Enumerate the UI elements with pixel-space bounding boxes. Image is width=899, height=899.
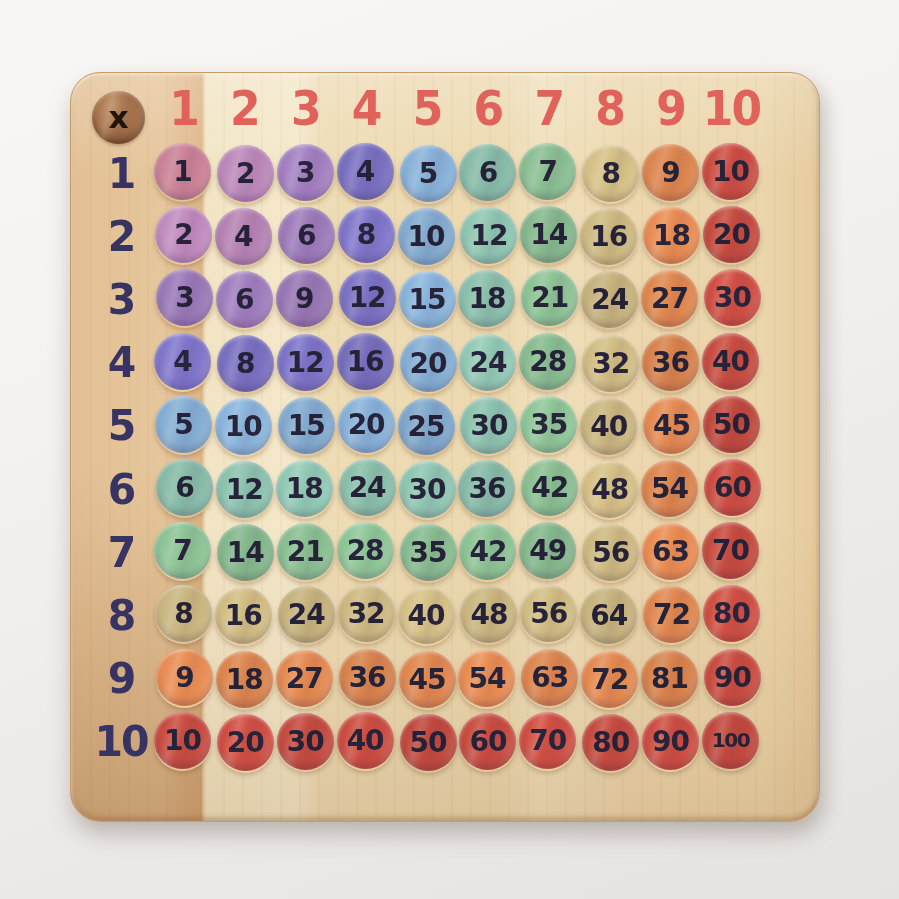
- grid-cell: 24: [457, 331, 518, 394]
- disc-value: 10: [164, 724, 201, 757]
- grid-cell: 32: [336, 583, 397, 646]
- grid-cell: 50: [397, 710, 458, 773]
- disc-5x6[interactable]: 30: [460, 397, 517, 454]
- disc-value: 4: [173, 345, 191, 378]
- disc-value: 80: [592, 726, 629, 759]
- grid-cell: 1: [153, 141, 214, 204]
- disc-9x8[interactable]: 72: [581, 651, 638, 708]
- grid-cell: 4: [214, 204, 275, 267]
- disc-3x2[interactable]: 6: [216, 271, 273, 328]
- disc-4x2[interactable]: 8: [217, 335, 274, 392]
- disc-10x10[interactable]: 100: [702, 712, 759, 769]
- disc-value: 35: [530, 408, 567, 441]
- grid-cell: 2: [214, 141, 275, 204]
- disc-1x10[interactable]: 10: [702, 143, 759, 200]
- disc-4x3[interactable]: 12: [277, 334, 334, 391]
- disc-8x5[interactable]: 40: [398, 587, 455, 644]
- disc-value: 40: [590, 410, 627, 443]
- grid-cell: 40: [701, 331, 762, 394]
- disc-value: 4: [234, 220, 252, 253]
- disc-value: 63: [531, 661, 568, 694]
- grid-cell: 16: [579, 204, 640, 267]
- row-label-5: 5: [108, 400, 135, 450]
- grid-cell: 30: [275, 710, 336, 773]
- grid-cell: 24: [579, 267, 640, 330]
- grid-cell: 14: [214, 520, 275, 583]
- disc-3x7[interactable]: 21: [521, 269, 578, 326]
- disc-6x1[interactable]: 6: [156, 459, 213, 516]
- grid-cell: 3: [153, 267, 214, 330]
- grid-cell: 30: [457, 394, 518, 457]
- disc-6x7[interactable]: 42: [521, 459, 578, 516]
- disc-10x1[interactable]: 10: [154, 712, 211, 769]
- disc-value: 45: [409, 663, 446, 696]
- disc-8x8[interactable]: 64: [580, 587, 637, 644]
- row-label-cell: 6: [89, 457, 153, 520]
- disc-10x6[interactable]: 60: [459, 713, 516, 770]
- grid-cell: 3: [275, 141, 336, 204]
- disc-8x9[interactable]: 72: [643, 586, 700, 643]
- disc-2x4[interactable]: 8: [338, 206, 395, 263]
- disc-value: 12: [226, 473, 263, 506]
- header-cell: 2: [214, 75, 275, 141]
- row-label-cell: 7: [89, 520, 153, 583]
- grid-cell: 6: [214, 267, 275, 330]
- disc-7x4[interactable]: 28: [337, 522, 394, 579]
- disc-3x3[interactable]: 9: [276, 270, 333, 327]
- disc-2x6[interactable]: 12: [460, 207, 517, 264]
- header-cell: 3: [275, 75, 336, 141]
- disc-value: 50: [713, 408, 750, 441]
- disc-value: 18: [286, 472, 323, 505]
- disc-10x9[interactable]: 90: [642, 713, 699, 770]
- grid-cell: 8: [336, 204, 397, 267]
- disc-8x10[interactable]: 80: [703, 585, 760, 642]
- grid-cell: 56: [518, 583, 579, 646]
- grid-cell: 35: [518, 394, 579, 457]
- disc-9x1[interactable]: 9: [156, 649, 213, 706]
- grid-cell: 7: [153, 520, 214, 583]
- grid-cell: 8: [153, 583, 214, 646]
- multiplier-x-disc[interactable]: x: [92, 91, 145, 144]
- disc-3x5[interactable]: 15: [399, 271, 456, 328]
- grid-cell: 9: [640, 141, 701, 204]
- disc-10x3[interactable]: 30: [277, 713, 334, 770]
- disc-value: 1: [173, 155, 191, 188]
- disc-value: 10: [408, 220, 445, 253]
- disc-4x7[interactable]: 28: [519, 333, 576, 390]
- disc-value: 42: [469, 535, 506, 568]
- disc-6x3[interactable]: 18: [276, 460, 333, 517]
- disc-6x10[interactable]: 60: [704, 459, 761, 516]
- grid-cell: 72: [579, 647, 640, 710]
- disc-value: 64: [590, 599, 627, 632]
- disc-value: 18: [653, 219, 690, 252]
- disc-7x7[interactable]: 49: [519, 522, 576, 579]
- disc-2x1[interactable]: 2: [155, 206, 212, 263]
- disc-value: 6: [175, 471, 193, 504]
- grid-cell: 50: [701, 394, 762, 457]
- header-cell: 8: [579, 75, 640, 141]
- disc-value: 18: [468, 282, 505, 315]
- grid-cell: 9: [153, 647, 214, 710]
- disc-value: 6: [479, 156, 497, 189]
- disc-4x5[interactable]: 20: [400, 335, 457, 392]
- disc-7x9[interactable]: 63: [642, 523, 699, 580]
- disc-value: 12: [287, 346, 324, 379]
- disc-value: 24: [469, 346, 506, 379]
- disc-value: 27: [651, 282, 688, 315]
- disc-7x3[interactable]: 21: [277, 523, 334, 580]
- disc-value: 48: [591, 473, 628, 506]
- grid-cell: 21: [518, 267, 579, 330]
- corner-cell: x: [89, 75, 153, 141]
- disc-value: 30: [714, 281, 751, 314]
- disc-value: 12: [349, 281, 386, 314]
- disc-10x8[interactable]: 80: [582, 714, 639, 771]
- disc-9x2[interactable]: 18: [216, 651, 273, 708]
- disc-4x4[interactable]: 16: [337, 333, 394, 390]
- grid-cell: 10: [397, 204, 458, 267]
- disc-5x7[interactable]: 35: [520, 396, 577, 453]
- disc-value: 21: [287, 535, 324, 568]
- disc-6x5[interactable]: 30: [399, 461, 456, 518]
- grid-cell: 18: [640, 204, 701, 267]
- grid-cell: 27: [640, 267, 701, 330]
- disc-value: 9: [661, 156, 679, 189]
- grid-cell: 72: [640, 583, 701, 646]
- disc-value: 18: [226, 663, 263, 696]
- disc-8x3[interactable]: 24: [278, 586, 335, 643]
- disc-3x6[interactable]: 18: [458, 270, 515, 327]
- disc-value: 14: [227, 536, 264, 569]
- disc-8x2[interactable]: 16: [215, 587, 272, 644]
- disc-3x8[interactable]: 24: [581, 271, 638, 328]
- disc-4x1[interactable]: 4: [154, 333, 211, 390]
- grid-cell: 16: [214, 583, 275, 646]
- disc-value: 24: [349, 471, 386, 504]
- disc-value: 70: [712, 534, 749, 567]
- multiplication-board: x 12345678910123456789101234567891024681…: [70, 72, 820, 822]
- disc-value: 56: [592, 536, 629, 569]
- row-label-cell: 5: [89, 394, 153, 457]
- grid-cell: 64: [579, 583, 640, 646]
- disc-2x8[interactable]: 16: [580, 208, 637, 265]
- grid-cell: 45: [397, 647, 458, 710]
- grid-cell: 8: [579, 141, 640, 204]
- disc-2x5[interactable]: 10: [398, 208, 455, 265]
- grid-cell: 14: [518, 204, 579, 267]
- disc-6x8[interactable]: 48: [581, 461, 638, 518]
- column-header-1: 1: [169, 80, 198, 135]
- grid-cell: 20: [397, 331, 458, 394]
- grid-cell: 18: [275, 457, 336, 520]
- grid-cell: 32: [579, 331, 640, 394]
- disc-2x9[interactable]: 18: [643, 207, 700, 264]
- disc-4x9[interactable]: 36: [642, 334, 699, 391]
- disc-5x10[interactable]: 50: [703, 396, 760, 453]
- disc-value: 9: [295, 282, 313, 315]
- disc-value: 20: [348, 408, 385, 441]
- disc-7x1[interactable]: 7: [154, 522, 211, 579]
- grid-cell: 20: [214, 710, 275, 773]
- row-label-4: 4: [108, 337, 135, 387]
- grid-cell: 36: [640, 331, 701, 394]
- disc-value: 50: [410, 726, 447, 759]
- disc-value: 42: [531, 471, 568, 504]
- disc-value: 80: [713, 597, 750, 630]
- disc-5x3[interactable]: 15: [278, 397, 335, 454]
- header-cell: 6: [457, 75, 518, 141]
- grid-cell: 100: [701, 710, 762, 773]
- grid-cell: 24: [336, 457, 397, 520]
- grid-cell: 10: [153, 710, 214, 773]
- disc-value: 81: [651, 662, 688, 695]
- grid-cell: 40: [397, 583, 458, 646]
- disc-4x6[interactable]: 24: [459, 334, 516, 391]
- disc-3x4[interactable]: 12: [339, 269, 396, 326]
- grid-cell: 30: [397, 457, 458, 520]
- grid-cell: 15: [275, 394, 336, 457]
- disc-5x4[interactable]: 20: [338, 396, 395, 453]
- disc-value: 7: [173, 534, 191, 567]
- disc-value: 4: [356, 155, 374, 188]
- disc-6x9[interactable]: 54: [641, 460, 698, 517]
- disc-1x8[interactable]: 8: [582, 145, 639, 202]
- disc-1x6[interactable]: 6: [459, 144, 516, 201]
- x-disc-label: x: [109, 99, 128, 135]
- grid-cell: 20: [336, 394, 397, 457]
- disc-value: 60: [469, 725, 506, 758]
- column-header-2: 2: [230, 80, 259, 135]
- disc-9x6[interactable]: 54: [458, 650, 515, 707]
- disc-value: 49: [529, 534, 566, 567]
- grid-cell: 70: [518, 710, 579, 773]
- disc-value: 32: [348, 597, 385, 630]
- disc-2x3[interactable]: 6: [278, 207, 335, 264]
- disc-value: 3: [296, 156, 314, 189]
- disc-3x1[interactable]: 3: [156, 269, 213, 326]
- grid-cell: 56: [579, 520, 640, 583]
- disc-8x1[interactable]: 8: [155, 585, 212, 642]
- grid-cell: 2: [153, 204, 214, 267]
- disc-value: 6: [297, 219, 315, 252]
- disc-8x6[interactable]: 48: [460, 586, 517, 643]
- disc-10x7[interactable]: 70: [519, 712, 576, 769]
- disc-value: 32: [592, 347, 629, 380]
- disc-value: 6: [235, 283, 253, 316]
- row-label-cell: 1: [89, 141, 153, 204]
- disc-4x10[interactable]: 40: [702, 333, 759, 390]
- column-header-7: 7: [534, 80, 563, 135]
- header-cell: 5: [397, 75, 458, 141]
- disc-3x10[interactable]: 30: [704, 269, 761, 326]
- disc-6x4[interactable]: 24: [339, 459, 396, 516]
- disc-value: 8: [174, 597, 192, 630]
- column-header-8: 8: [595, 80, 624, 135]
- header-cell: 4: [336, 75, 397, 141]
- disc-value: 24: [591, 283, 628, 316]
- row-label-6: 6: [108, 463, 135, 513]
- disc-value: 45: [653, 409, 690, 442]
- disc-9x4[interactable]: 36: [339, 649, 396, 706]
- disc-value: 25: [408, 410, 445, 443]
- grid-cell: 70: [701, 520, 762, 583]
- disc-2x2[interactable]: 4: [215, 208, 272, 265]
- disc-5x5[interactable]: 25: [398, 398, 455, 455]
- grid-cell: 24: [275, 583, 336, 646]
- grid-cell: 6: [153, 457, 214, 520]
- disc-value: 5: [419, 157, 437, 190]
- header-cell: 10: [701, 75, 762, 141]
- row-label-3: 3: [108, 274, 135, 324]
- grid-cell: 12: [214, 457, 275, 520]
- grid-cell: 60: [457, 710, 518, 773]
- disc-value: 28: [347, 534, 384, 567]
- disc-value: 30: [470, 409, 507, 442]
- disc-value: 40: [712, 345, 749, 378]
- disc-1x4[interactable]: 4: [337, 143, 394, 200]
- disc-value: 54: [651, 472, 688, 505]
- disc-1x2[interactable]: 2: [217, 145, 274, 202]
- disc-6x2[interactable]: 12: [216, 461, 273, 518]
- column-header-10: 10: [703, 80, 760, 135]
- grid-cell: 28: [336, 520, 397, 583]
- row-label-8: 8: [108, 590, 135, 640]
- disc-value: 24: [288, 598, 325, 631]
- disc-2x7[interactable]: 14: [520, 206, 577, 263]
- disc-7x5[interactable]: 35: [400, 524, 457, 581]
- disc-value: 100: [712, 728, 749, 752]
- disc-value: 72: [591, 663, 628, 696]
- disc-value: 35: [410, 536, 447, 569]
- row-label-cell: 10: [89, 710, 153, 773]
- grid-cell: 8: [214, 331, 275, 394]
- disc-value: 70: [529, 724, 566, 757]
- disc-1x9[interactable]: 9: [642, 144, 699, 201]
- row-label-2: 2: [108, 211, 135, 261]
- disc-10x4[interactable]: 40: [337, 712, 394, 769]
- disc-5x8[interactable]: 40: [580, 398, 637, 455]
- grid-cell: 25: [397, 394, 458, 457]
- grid-cell: 7: [518, 141, 579, 204]
- disc-value: 54: [468, 662, 505, 695]
- grid-cell: 54: [457, 647, 518, 710]
- grid-cell: 60: [701, 457, 762, 520]
- disc-value: 16: [225, 599, 262, 632]
- row-label-cell: 3: [89, 267, 153, 330]
- grid-cell: 5: [153, 394, 214, 457]
- disc-1x5[interactable]: 5: [400, 145, 457, 202]
- grid-cell: 90: [701, 647, 762, 710]
- disc-value: 20: [227, 726, 264, 759]
- grid-cell: 90: [640, 710, 701, 773]
- row-label-cell: 9: [89, 647, 153, 710]
- disc-4x8[interactable]: 32: [582, 335, 639, 392]
- column-header-9: 9: [656, 80, 685, 135]
- disc-value: 56: [530, 597, 567, 630]
- grid-cell: 54: [640, 457, 701, 520]
- grid-cell: 36: [457, 457, 518, 520]
- disc-value: 16: [347, 345, 384, 378]
- disc-9x9[interactable]: 81: [641, 650, 698, 707]
- disc-value: 8: [357, 218, 375, 251]
- disc-value: 60: [714, 471, 751, 504]
- disc-7x10[interactable]: 70: [702, 522, 759, 579]
- disc-5x2[interactable]: 10: [215, 398, 272, 455]
- grid-cell: 10: [214, 394, 275, 457]
- disc-7x8[interactable]: 56: [582, 524, 639, 581]
- disc-value: 63: [652, 535, 689, 568]
- disc-6x6[interactable]: 36: [458, 460, 515, 517]
- row-label-7: 7: [108, 527, 135, 577]
- disc-value: 10: [225, 410, 262, 443]
- disc-9x10[interactable]: 90: [704, 649, 761, 706]
- disc-value: 14: [530, 218, 567, 251]
- grid-cell: 20: [701, 204, 762, 267]
- disc-value: 3: [175, 281, 193, 314]
- disc-7x2[interactable]: 14: [217, 524, 274, 581]
- row-label-cell: 2: [89, 204, 153, 267]
- disc-1x3[interactable]: 3: [277, 144, 334, 201]
- disc-8x4[interactable]: 32: [338, 585, 395, 642]
- grid-cell: 48: [579, 457, 640, 520]
- disc-value: 8: [601, 157, 619, 190]
- disc-value: 48: [470, 598, 507, 631]
- disc-value: 2: [236, 157, 254, 190]
- disc-5x1[interactable]: 5: [155, 396, 212, 453]
- grid-cell: 28: [518, 331, 579, 394]
- disc-9x3[interactable]: 27: [276, 650, 333, 707]
- disc-value: 72: [653, 598, 690, 631]
- grid-cell: 63: [518, 647, 579, 710]
- disc-value: 15: [288, 409, 325, 442]
- header-cell: 7: [518, 75, 579, 141]
- disc-2x10[interactable]: 20: [703, 206, 760, 263]
- column-header-6: 6: [474, 80, 503, 135]
- row-label-cell: 4: [89, 331, 153, 394]
- disc-7x6[interactable]: 42: [459, 523, 516, 580]
- disc-1x7[interactable]: 7: [519, 143, 576, 200]
- grid-cell: 30: [701, 267, 762, 330]
- row-label-1: 1: [108, 147, 135, 197]
- grid-cell: 63: [640, 520, 701, 583]
- grid-cell: 80: [579, 710, 640, 773]
- disc-value: 27: [286, 662, 323, 695]
- disc-8x7[interactable]: 56: [520, 585, 577, 642]
- disc-10x2[interactable]: 20: [217, 714, 274, 771]
- header-cell: 9: [640, 75, 701, 141]
- row-label-10: 10: [94, 716, 147, 766]
- photo-background: x 12345678910123456789101234567891024681…: [0, 0, 899, 899]
- disc-10x5[interactable]: 50: [400, 714, 457, 771]
- disc-9x5[interactable]: 45: [399, 651, 456, 708]
- disc-5x9[interactable]: 45: [643, 397, 700, 454]
- disc-value: 5: [174, 408, 192, 441]
- grid-cell: 27: [275, 647, 336, 710]
- grid-cell: 15: [397, 267, 458, 330]
- grid-cell: 40: [336, 710, 397, 773]
- grid-cell: 12: [457, 204, 518, 267]
- grid-cell: 9: [275, 267, 336, 330]
- disc-value: 36: [652, 346, 689, 379]
- disc-value: 12: [470, 219, 507, 252]
- disc-3x9[interactable]: 27: [641, 270, 698, 327]
- disc-9x7[interactable]: 63: [521, 649, 578, 706]
- disc-1x1[interactable]: 1: [154, 143, 211, 200]
- column-header-4: 4: [352, 80, 381, 135]
- grid-cell: 48: [457, 583, 518, 646]
